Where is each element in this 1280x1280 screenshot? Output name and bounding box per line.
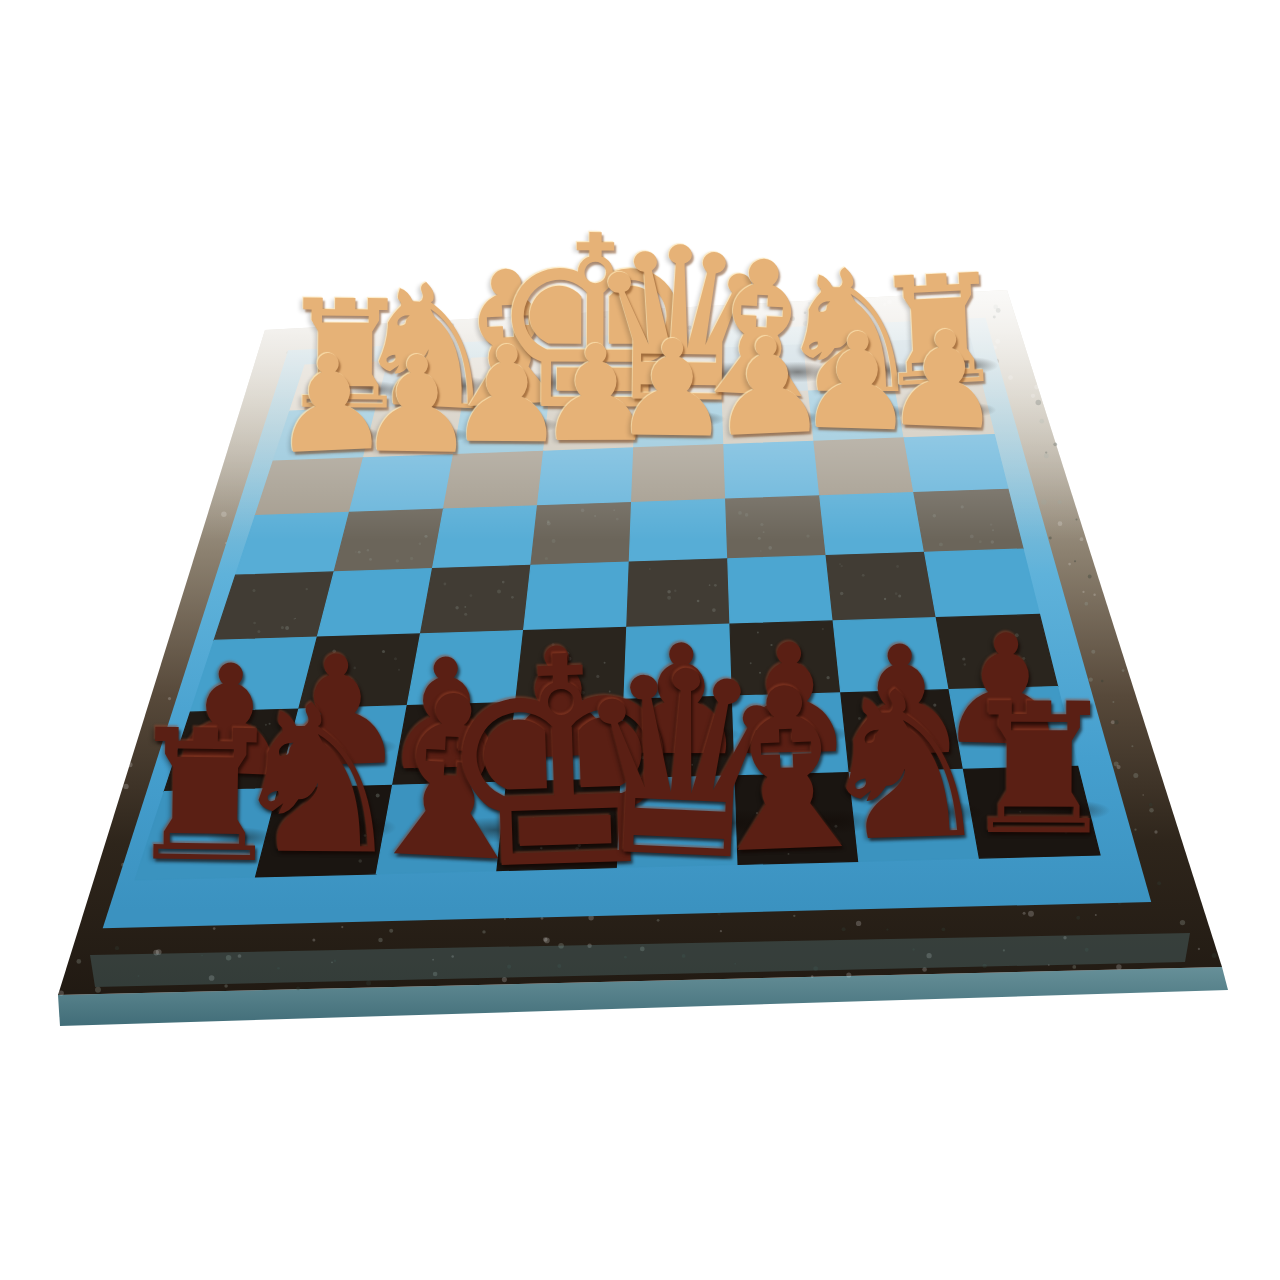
photo-canvas: ♜♞♝♚♛♝♞♜♟♟♟♟♟♟♟♟♟♟♟♟♟♟♟♟♜♞♝♚♛♝♞♜ [0, 0, 1280, 1280]
piece-white-pawn-a2[interactable]: ♟ [882, 312, 1006, 450]
pieces-layer: ♜♞♝♚♛♝♞♜♟♟♟♟♟♟♟♟♟♟♟♟♟♟♟♟♜♞♝♚♛♝♞♜ [0, 0, 1280, 1280]
piece-black-rook-a8[interactable]: ♜ [958, 680, 1120, 861]
